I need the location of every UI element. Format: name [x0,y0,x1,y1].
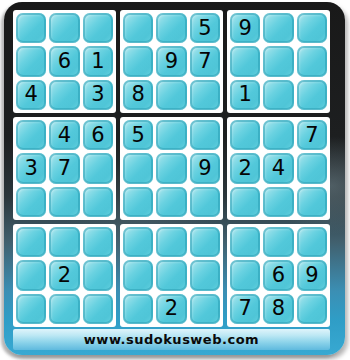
sudoku-cell-r4c6[interactable] [190,120,220,150]
sudoku-cell-r8c2[interactable]: 2 [49,260,79,290]
sudoku-cell-r2c6[interactable]: 7 [190,46,220,76]
sudoku-cell-r6c4[interactable] [123,187,153,217]
sudoku-cell-r1c6[interactable]: 5 [190,13,220,43]
sudoku-cell-r3c6[interactable] [190,80,220,110]
sudoku-cell-r4c5[interactable] [156,120,186,150]
sudoku-cell-r9c5[interactable]: 2 [156,294,186,324]
sudoku-cell-r7c5[interactable] [156,227,186,257]
sudoku-cell-r7c8[interactable] [263,227,293,257]
sudoku-cell-r1c3[interactable] [83,13,113,43]
sudoku-cell-r7c4[interactable] [123,227,153,257]
sudoku-cell-r7c9[interactable] [297,227,327,257]
sudoku-cell-r3c1[interactable]: 4 [16,80,46,110]
sudoku-cell-r5c4[interactable] [123,153,153,183]
sudoku-cell-r6c8[interactable] [263,187,293,217]
sudoku-cell-r5c1[interactable]: 3 [16,153,46,183]
sudoku-cell-r7c2[interactable] [49,227,79,257]
sudoku-cell-r6c9[interactable] [297,187,327,217]
sudoku-cell-r8c3[interactable] [83,260,113,290]
sudoku-cell-r5c8[interactable]: 4 [263,153,293,183]
sudoku-cell-r8c5[interactable] [156,260,186,290]
footer-strip: www.sudokusweb.com [13,329,330,350]
sudoku-cell-r4c2[interactable]: 4 [49,120,79,150]
sudoku-cell-r3c4[interactable]: 8 [123,80,153,110]
sudoku-board: 6143597891463759724226978 [13,10,330,327]
sudoku-box-3: 91 [227,10,330,113]
sudoku-cell-r9c2[interactable] [49,294,79,324]
sudoku-cell-r4c9[interactable]: 7 [297,120,327,150]
sudoku-cell-r7c3[interactable] [83,227,113,257]
sudoku-cell-r8c4[interactable] [123,260,153,290]
sudoku-cell-r2c2[interactable]: 6 [49,46,79,76]
sudoku-cell-r5c9[interactable] [297,153,327,183]
sudoku-cell-r1c7[interactable]: 9 [230,13,260,43]
sudoku-cell-r7c1[interactable] [16,227,46,257]
sudoku-cell-r1c9[interactable] [297,13,327,43]
sudoku-box-9: 6978 [227,224,330,327]
sudoku-cell-r4c7[interactable] [230,120,260,150]
sudoku-cell-r5c5[interactable] [156,153,186,183]
sudoku-cell-r8c9[interactable]: 9 [297,260,327,290]
sudoku-cell-r3c8[interactable] [263,80,293,110]
sudoku-cell-r1c5[interactable] [156,13,186,43]
sudoku-box-8: 2 [120,224,223,327]
sudoku-box-2: 5978 [120,10,223,113]
sudoku-cell-r2c1[interactable] [16,46,46,76]
sudoku-cell-r5c3[interactable] [83,153,113,183]
sudoku-cell-r3c5[interactable] [156,80,186,110]
sudoku-cell-r6c6[interactable] [190,187,220,217]
sudoku-cell-r3c7[interactable]: 1 [230,80,260,110]
sudoku-cell-r4c4[interactable]: 5 [123,120,153,150]
sudoku-box-5: 59 [120,117,223,220]
sudoku-cell-r6c3[interactable] [83,187,113,217]
website-link[interactable]: www.sudokusweb.com [84,332,259,347]
sudoku-cell-r8c1[interactable] [16,260,46,290]
sudoku-cell-r6c5[interactable] [156,187,186,217]
sudoku-cell-r9c4[interactable] [123,294,153,324]
sudoku-cell-r4c1[interactable] [16,120,46,150]
sudoku-cell-r3c3[interactable]: 3 [83,80,113,110]
sudoku-cell-r2c4[interactable] [123,46,153,76]
sudoku-cell-r1c1[interactable] [16,13,46,43]
sudoku-cell-r2c8[interactable] [263,46,293,76]
sudoku-cell-r9c8[interactable]: 8 [263,294,293,324]
sudoku-cell-r1c4[interactable] [123,13,153,43]
sudoku-cell-r5c6[interactable]: 9 [190,153,220,183]
sudoku-cell-r3c9[interactable] [297,80,327,110]
sudoku-cell-r7c7[interactable] [230,227,260,257]
sudoku-box-7: 2 [13,224,116,327]
sudoku-cell-r5c7[interactable]: 2 [230,153,260,183]
sudoku-cell-r1c2[interactable] [49,13,79,43]
sudoku-cell-r9c3[interactable] [83,294,113,324]
sudoku-cell-r2c3[interactable]: 1 [83,46,113,76]
sudoku-cell-r7c6[interactable] [190,227,220,257]
sudoku-cell-r2c9[interactable] [297,46,327,76]
sudoku-cell-r9c1[interactable] [16,294,46,324]
sudoku-box-1: 6143 [13,10,116,113]
sudoku-cell-r9c9[interactable] [297,294,327,324]
sudoku-cell-r8c6[interactable] [190,260,220,290]
sudoku-cell-r9c6[interactable] [190,294,220,324]
sudoku-cell-r4c8[interactable] [263,120,293,150]
sudoku-cell-r5c2[interactable]: 7 [49,153,79,183]
sudoku-cell-r6c7[interactable] [230,187,260,217]
sudoku-box-6: 724 [227,117,330,220]
sudoku-cell-r2c7[interactable] [230,46,260,76]
sudoku-cell-r8c8[interactable]: 6 [263,260,293,290]
sudoku-cell-r6c1[interactable] [16,187,46,217]
sudoku-cell-r3c2[interactable] [49,80,79,110]
sudoku-cell-r6c2[interactable] [49,187,79,217]
sudoku-cell-r9c7[interactable]: 7 [230,294,260,324]
sudoku-cell-r8c7[interactable] [230,260,260,290]
sudoku-cell-r2c5[interactable]: 9 [156,46,186,76]
sudoku-cell-r1c8[interactable] [263,13,293,43]
sudoku-box-4: 4637 [13,117,116,220]
sudoku-cell-r4c3[interactable]: 6 [83,120,113,150]
